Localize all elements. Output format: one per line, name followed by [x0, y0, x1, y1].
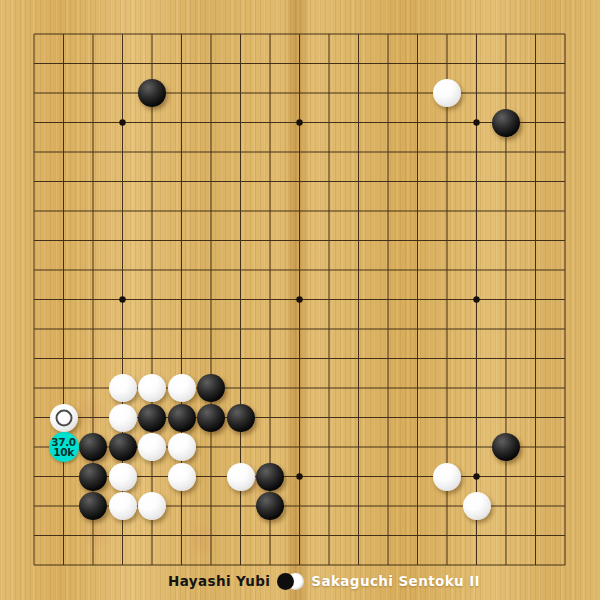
board-intersection[interactable] [373, 167, 403, 197]
board-intersection[interactable] [196, 49, 226, 79]
board-intersection[interactable] [462, 373, 492, 403]
board-intersection[interactable] [226, 285, 256, 315]
board-intersection[interactable] [344, 521, 374, 551]
board-intersection[interactable] [49, 196, 79, 226]
board-intersection[interactable] [432, 167, 462, 197]
board-intersection[interactable] [285, 285, 315, 315]
black-stone-C3[interactable] [79, 492, 107, 520]
board-intersection[interactable] [255, 314, 285, 344]
board-intersection[interactable] [521, 314, 551, 344]
board-intersection[interactable] [285, 432, 315, 462]
board-intersection[interactable] [373, 19, 403, 49]
board-intersection[interactable] [521, 285, 551, 315]
board-intersection[interactable] [226, 373, 256, 403]
board-intersection[interactable] [196, 226, 226, 256]
board-intersection[interactable] [432, 344, 462, 374]
board-intersection[interactable] [49, 314, 79, 344]
board-intersection[interactable] [137, 108, 167, 138]
board-intersection[interactable] [521, 403, 551, 433]
board-intersection[interactable] [137, 285, 167, 315]
board-intersection[interactable] [521, 255, 551, 285]
board-intersection[interactable] [167, 19, 197, 49]
board-intersection[interactable] [491, 403, 521, 433]
board-intersection[interactable] [314, 373, 344, 403]
board-intersection[interactable] [108, 78, 138, 108]
board-intersection[interactable] [373, 491, 403, 521]
board-intersection[interactable] [462, 167, 492, 197]
board-intersection[interactable] [462, 314, 492, 344]
board-intersection[interactable] [137, 137, 167, 167]
board-intersection[interactable] [344, 344, 374, 374]
board-intersection[interactable] [108, 137, 138, 167]
board-intersection[interactable] [521, 373, 551, 403]
board-intersection[interactable] [432, 255, 462, 285]
board-intersection[interactable] [226, 137, 256, 167]
board-intersection[interactable] [373, 314, 403, 344]
board-intersection[interactable] [344, 373, 374, 403]
board-intersection[interactable] [462, 255, 492, 285]
board-intersection[interactable] [491, 49, 521, 79]
board-intersection[interactable] [137, 432, 167, 462]
board-intersection[interactable] [373, 78, 403, 108]
black-stone-E17[interactable] [138, 79, 166, 107]
board-intersection[interactable] [137, 78, 167, 108]
board-intersection[interactable] [491, 226, 521, 256]
board-intersection[interactable] [226, 255, 256, 285]
board-intersection[interactable] [108, 226, 138, 256]
board-intersection[interactable] [462, 491, 492, 521]
board-intersection[interactable] [78, 226, 108, 256]
board-intersection[interactable] [78, 403, 108, 433]
board-intersection[interactable] [521, 78, 551, 108]
board-intersection[interactable] [167, 137, 197, 167]
board-intersection[interactable] [550, 78, 580, 108]
board-intersection[interactable] [373, 285, 403, 315]
board-intersection[interactable] [108, 462, 138, 492]
board-intersection[interactable] [432, 19, 462, 49]
board-intersection[interactable] [285, 255, 315, 285]
board-intersection[interactable] [19, 285, 49, 315]
board-intersection[interactable]: 37.010k [49, 432, 79, 462]
white-stone-E7[interactable] [138, 374, 166, 402]
board-intersection[interactable] [49, 403, 79, 433]
board-intersection[interactable] [196, 314, 226, 344]
board-intersection[interactable] [285, 373, 315, 403]
board-intersection[interactable] [344, 49, 374, 79]
board-intersection[interactable] [344, 78, 374, 108]
board-intersection[interactable] [19, 137, 49, 167]
board-intersection[interactable] [521, 49, 551, 79]
board-intersection[interactable] [491, 314, 521, 344]
board-intersection[interactable] [226, 226, 256, 256]
board-intersection[interactable] [19, 432, 49, 462]
board-intersection[interactable] [78, 432, 108, 462]
board-intersection[interactable] [49, 373, 79, 403]
board-intersection[interactable] [462, 49, 492, 79]
board-intersection[interactable] [550, 491, 580, 521]
board-intersection[interactable] [491, 285, 521, 315]
board-intersection[interactable] [373, 521, 403, 551]
board-intersection[interactable] [285, 462, 315, 492]
board-intersection[interactable] [521, 167, 551, 197]
board-intersection[interactable] [167, 78, 197, 108]
board-intersection[interactable] [344, 462, 374, 492]
board-intersection[interactable] [521, 344, 551, 374]
board-intersection[interactable] [167, 373, 197, 403]
board-intersection[interactable] [137, 373, 167, 403]
board-intersection[interactable] [78, 49, 108, 79]
board-intersection[interactable] [344, 108, 374, 138]
board-intersection[interactable] [550, 432, 580, 462]
board-intersection[interactable] [314, 78, 344, 108]
board-intersection[interactable] [78, 78, 108, 108]
board-intersection[interactable] [137, 491, 167, 521]
board-intersection[interactable] [373, 403, 403, 433]
board-intersection[interactable] [403, 167, 433, 197]
board-intersection[interactable] [255, 255, 285, 285]
board-intersection[interactable] [432, 314, 462, 344]
board-intersection[interactable] [462, 137, 492, 167]
board-intersection[interactable] [196, 491, 226, 521]
board-intersection[interactable] [19, 49, 49, 79]
white-stone-F5[interactable] [168, 433, 196, 461]
board-intersection[interactable] [432, 432, 462, 462]
board-intersection[interactable] [19, 344, 49, 374]
board-intersection[interactable] [403, 108, 433, 138]
board-intersection[interactable] [373, 49, 403, 79]
board-intersection[interactable] [550, 255, 580, 285]
board-intersection[interactable] [255, 226, 285, 256]
board-intersection[interactable] [137, 226, 167, 256]
board-intersection[interactable] [550, 462, 580, 492]
board-intersection[interactable] [108, 344, 138, 374]
board-intersection[interactable] [432, 491, 462, 521]
board-intersection[interactable] [137, 196, 167, 226]
board-intersection[interactable] [314, 521, 344, 551]
board-intersection[interactable] [78, 373, 108, 403]
black-stone-G7[interactable] [197, 374, 225, 402]
board-intersection[interactable] [108, 491, 138, 521]
white-stone-P3[interactable] [463, 492, 491, 520]
board-intersection[interactable] [491, 432, 521, 462]
board-intersection[interactable] [78, 108, 108, 138]
board-intersection[interactable] [19, 19, 49, 49]
board-intersection[interactable] [373, 108, 403, 138]
board-intersection[interactable] [196, 344, 226, 374]
board-intersection[interactable] [550, 314, 580, 344]
board-intersection[interactable] [491, 255, 521, 285]
board-intersection[interactable] [491, 137, 521, 167]
board-intersection[interactable] [19, 167, 49, 197]
board-intersection[interactable] [403, 78, 433, 108]
board-intersection[interactable] [373, 373, 403, 403]
board-intersection[interactable] [314, 255, 344, 285]
board-intersection[interactable] [521, 196, 551, 226]
board-intersection[interactable] [314, 314, 344, 344]
board-intersection[interactable] [550, 226, 580, 256]
board-intersection[interactable] [255, 78, 285, 108]
board-intersection[interactable] [226, 167, 256, 197]
black-stone-C5[interactable] [79, 433, 107, 461]
board-intersection[interactable] [167, 432, 197, 462]
board-intersection[interactable] [49, 108, 79, 138]
board-intersection[interactable] [314, 108, 344, 138]
board-intersection[interactable] [167, 344, 197, 374]
board-intersection[interactable] [521, 521, 551, 551]
board-intersection[interactable] [550, 285, 580, 315]
board-intersection[interactable] [49, 167, 79, 197]
white-stone-D4[interactable] [109, 463, 137, 491]
black-stone-G6[interactable] [197, 404, 225, 432]
board-intersection[interactable] [314, 344, 344, 374]
board-intersection[interactable] [78, 462, 108, 492]
board-intersection[interactable] [167, 226, 197, 256]
board-intersection[interactable] [226, 19, 256, 49]
board-intersection[interactable] [550, 108, 580, 138]
board-intersection[interactable] [196, 462, 226, 492]
black-stone-Q5[interactable] [492, 433, 520, 461]
board-intersection[interactable] [167, 314, 197, 344]
board-intersection[interactable] [550, 137, 580, 167]
board-intersection[interactable] [137, 462, 167, 492]
board-intersection[interactable] [255, 491, 285, 521]
board-intersection[interactable] [432, 196, 462, 226]
board-intersection[interactable] [78, 137, 108, 167]
board-intersection[interactable] [521, 432, 551, 462]
board-intersection[interactable] [137, 49, 167, 79]
board-intersection[interactable] [167, 285, 197, 315]
board-intersection[interactable] [491, 344, 521, 374]
board-intersection[interactable] [491, 196, 521, 226]
board-intersection[interactable] [226, 432, 256, 462]
board-intersection[interactable] [137, 521, 167, 551]
board-intersection[interactable] [373, 196, 403, 226]
board-intersection[interactable] [78, 491, 108, 521]
board-intersection[interactable] [19, 78, 49, 108]
board-intersection[interactable] [108, 167, 138, 197]
board-intersection[interactable] [491, 462, 521, 492]
board-intersection[interactable] [255, 167, 285, 197]
board-intersection[interactable] [491, 78, 521, 108]
board-intersection[interactable] [314, 226, 344, 256]
board-intersection[interactable] [19, 462, 49, 492]
board-intersection[interactable] [373, 226, 403, 256]
board-intersection[interactable] [314, 403, 344, 433]
board-intersection[interactable] [196, 403, 226, 433]
board-intersection[interactable] [226, 462, 256, 492]
board-intersection[interactable] [550, 373, 580, 403]
board-intersection[interactable] [314, 491, 344, 521]
board-intersection[interactable] [550, 49, 580, 79]
board-intersection[interactable] [49, 285, 79, 315]
board-intersection[interactable] [403, 226, 433, 256]
board-intersection[interactable] [19, 314, 49, 344]
board-intersection[interactable] [196, 137, 226, 167]
board-intersection[interactable] [403, 403, 433, 433]
board-intersection[interactable] [49, 491, 79, 521]
white-stone-D6[interactable] [109, 404, 137, 432]
go-board[interactable]: 37.010k [19, 19, 580, 580]
board-intersection[interactable] [255, 49, 285, 79]
ai-suggestion-badge[interactable]: 37.010k [49, 432, 79, 462]
board-intersection[interactable] [167, 167, 197, 197]
board-intersection[interactable] [432, 108, 462, 138]
board-intersection[interactable] [521, 108, 551, 138]
board-intersection[interactable] [19, 521, 49, 551]
board-intersection[interactable] [196, 78, 226, 108]
board-intersection[interactable] [314, 285, 344, 315]
board-intersection[interactable] [344, 167, 374, 197]
board-intersection[interactable] [108, 373, 138, 403]
board-intersection[interactable] [226, 403, 256, 433]
black-stone-Q16[interactable] [492, 109, 520, 137]
board-intersection[interactable] [108, 255, 138, 285]
board-intersection[interactable] [167, 491, 197, 521]
board-intersection[interactable] [344, 285, 374, 315]
board-intersection[interactable] [550, 196, 580, 226]
board-intersection[interactable] [285, 167, 315, 197]
board-intersection[interactable] [403, 432, 433, 462]
board-intersection[interactable] [78, 196, 108, 226]
board-intersection[interactable] [432, 49, 462, 79]
board-intersection[interactable] [491, 491, 521, 521]
board-intersection[interactable] [403, 137, 433, 167]
board-intersection[interactable] [344, 19, 374, 49]
board-intersection[interactable] [226, 521, 256, 551]
board-intersection[interactable] [344, 196, 374, 226]
board-intersection[interactable] [314, 196, 344, 226]
board-intersection[interactable] [108, 108, 138, 138]
board-intersection[interactable] [462, 403, 492, 433]
board-intersection[interactable] [137, 167, 167, 197]
white-stone-H4[interactable] [227, 463, 255, 491]
board-intersection[interactable] [550, 167, 580, 197]
board-intersection[interactable] [285, 137, 315, 167]
board-intersection[interactable] [314, 19, 344, 49]
board-intersection[interactable] [167, 196, 197, 226]
board-intersection[interactable] [137, 255, 167, 285]
board-intersection[interactable] [403, 49, 433, 79]
black-stone-F6[interactable] [168, 404, 196, 432]
board-intersection[interactable] [49, 226, 79, 256]
board-intersection[interactable] [462, 344, 492, 374]
board-intersection[interactable] [403, 19, 433, 49]
white-stone-O4[interactable] [433, 463, 461, 491]
board-intersection[interactable] [344, 403, 374, 433]
board-intersection[interactable] [314, 167, 344, 197]
board-intersection[interactable] [19, 108, 49, 138]
board-intersection[interactable] [226, 344, 256, 374]
board-intersection[interactable] [285, 403, 315, 433]
board-intersection[interactable] [285, 196, 315, 226]
board-intersection[interactable] [226, 108, 256, 138]
board-intersection[interactable] [196, 196, 226, 226]
board-intersection[interactable] [432, 78, 462, 108]
board-intersection[interactable] [108, 49, 138, 79]
board-intersection[interactable] [373, 432, 403, 462]
board-intersection[interactable] [462, 432, 492, 462]
board-intersection[interactable] [49, 344, 79, 374]
board-intersection[interactable] [432, 373, 462, 403]
board-intersection[interactable] [373, 344, 403, 374]
board-intersection[interactable] [314, 462, 344, 492]
board-intersection[interactable] [255, 521, 285, 551]
board-intersection[interactable] [491, 108, 521, 138]
board-intersection[interactable] [432, 226, 462, 256]
board-intersection[interactable] [255, 403, 285, 433]
board-intersection[interactable] [521, 226, 551, 256]
white-stone-F7[interactable] [168, 374, 196, 402]
board-intersection[interactable] [432, 521, 462, 551]
board-intersection[interactable] [226, 491, 256, 521]
black-stone-H6[interactable] [227, 404, 255, 432]
board-intersection[interactable] [196, 432, 226, 462]
board-intersection[interactable] [344, 226, 374, 256]
board-intersection[interactable] [78, 344, 108, 374]
board-intersection[interactable] [462, 19, 492, 49]
board-intersection[interactable] [108, 432, 138, 462]
board-intersection[interactable] [255, 137, 285, 167]
board-intersection[interactable] [167, 462, 197, 492]
board-intersection[interactable] [19, 373, 49, 403]
board-intersection[interactable] [432, 285, 462, 315]
board-intersection[interactable] [314, 137, 344, 167]
white-stone-B6[interactable] [50, 404, 78, 432]
board-intersection[interactable] [226, 78, 256, 108]
board-intersection[interactable] [344, 432, 374, 462]
black-stone-D5[interactable] [109, 433, 137, 461]
board-intersection[interactable] [285, 49, 315, 79]
board-intersection[interactable] [255, 432, 285, 462]
board-intersection[interactable] [49, 49, 79, 79]
board-intersection[interactable] [344, 255, 374, 285]
board-intersection[interactable] [521, 462, 551, 492]
board-intersection[interactable] [49, 78, 79, 108]
board-intersection[interactable] [521, 491, 551, 521]
board-intersection[interactable] [344, 137, 374, 167]
board-intersection[interactable] [19, 403, 49, 433]
board-intersection[interactable] [196, 373, 226, 403]
board-intersection[interactable] [255, 462, 285, 492]
board-intersection[interactable] [196, 255, 226, 285]
black-stone-E6[interactable] [138, 404, 166, 432]
board-intersection[interactable] [285, 78, 315, 108]
board-intersection[interactable] [108, 19, 138, 49]
board-intersection[interactable] [373, 255, 403, 285]
board-intersection[interactable] [550, 403, 580, 433]
board-intersection[interactable] [108, 196, 138, 226]
board-intersection[interactable] [196, 108, 226, 138]
board-intersection[interactable] [550, 344, 580, 374]
board-intersection[interactable] [285, 314, 315, 344]
board-intersection[interactable] [108, 521, 138, 551]
board-intersection[interactable] [196, 167, 226, 197]
board-intersection[interactable] [49, 19, 79, 49]
board-intersection[interactable] [255, 108, 285, 138]
board-intersection[interactable] [78, 285, 108, 315]
board-intersection[interactable] [108, 285, 138, 315]
white-stone-D3[interactable] [109, 492, 137, 520]
board-intersection[interactable] [285, 108, 315, 138]
board-intersection[interactable] [462, 285, 492, 315]
board-intersection[interactable] [137, 403, 167, 433]
board-intersection[interactable] [137, 314, 167, 344]
board-intersection[interactable] [167, 108, 197, 138]
board-intersection[interactable] [196, 285, 226, 315]
board-intersection[interactable] [403, 314, 433, 344]
board-intersection[interactable] [403, 255, 433, 285]
board-intersection[interactable] [19, 226, 49, 256]
